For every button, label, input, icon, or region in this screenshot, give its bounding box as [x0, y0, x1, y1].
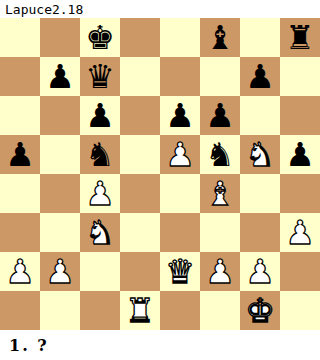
square-a6[interactable]: [0, 96, 40, 135]
white-pawn[interactable]: ♟: [245, 252, 275, 291]
square-d1[interactable]: ♜: [120, 291, 160, 330]
square-e8[interactable]: [160, 18, 200, 57]
square-h4[interactable]: [280, 174, 320, 213]
square-b2[interactable]: ♟: [40, 252, 80, 291]
square-g4[interactable]: [240, 174, 280, 213]
square-h7[interactable]: [280, 57, 320, 96]
black-knight[interactable]: ♞: [205, 135, 235, 174]
square-a1[interactable]: [0, 291, 40, 330]
square-c1[interactable]: [80, 291, 120, 330]
white-rook[interactable]: ♜: [125, 291, 155, 330]
square-h2[interactable]: [280, 252, 320, 291]
white-queen[interactable]: ♛: [165, 252, 195, 291]
square-a7[interactable]: [0, 57, 40, 96]
square-e3[interactable]: [160, 213, 200, 252]
square-c8[interactable]: ♚: [80, 18, 120, 57]
move-prompt: 1. ?: [9, 336, 49, 355]
square-f7[interactable]: [200, 57, 240, 96]
square-b1[interactable]: [40, 291, 80, 330]
chess-board[interactable]: ♚♝♜♟♛♟♟♟♟♟♞♟♞♞♟♟♝♞♟♟♟♛♟♟♜♚: [0, 18, 320, 330]
square-g5[interactable]: ♞: [240, 135, 280, 174]
white-bishop[interactable]: ♝: [205, 174, 235, 213]
square-g2[interactable]: ♟: [240, 252, 280, 291]
square-c5[interactable]: ♞: [80, 135, 120, 174]
white-pawn[interactable]: ♟: [205, 252, 235, 291]
square-e4[interactable]: [160, 174, 200, 213]
square-f5[interactable]: ♞: [200, 135, 240, 174]
square-g1[interactable]: ♚: [240, 291, 280, 330]
square-d8[interactable]: [120, 18, 160, 57]
square-b6[interactable]: [40, 96, 80, 135]
white-pawn[interactable]: ♟: [85, 174, 115, 213]
black-pawn[interactable]: ♟: [285, 135, 315, 174]
square-e6[interactable]: ♟: [160, 96, 200, 135]
white-knight[interactable]: ♞: [85, 213, 115, 252]
black-pawn[interactable]: ♟: [45, 57, 75, 96]
square-f8[interactable]: ♝: [200, 18, 240, 57]
title-bar: Lapuce2.18: [0, 0, 320, 18]
square-e7[interactable]: [160, 57, 200, 96]
square-d3[interactable]: [120, 213, 160, 252]
square-e1[interactable]: [160, 291, 200, 330]
square-h1[interactable]: [280, 291, 320, 330]
square-a8[interactable]: [0, 18, 40, 57]
white-pawn[interactable]: ♟: [285, 213, 315, 252]
white-knight[interactable]: ♞: [245, 135, 275, 174]
square-f3[interactable]: [200, 213, 240, 252]
white-pawn[interactable]: ♟: [45, 252, 75, 291]
square-f4[interactable]: ♝: [200, 174, 240, 213]
black-king[interactable]: ♚: [85, 18, 115, 57]
square-e5[interactable]: ♟: [160, 135, 200, 174]
square-d4[interactable]: [120, 174, 160, 213]
square-a4[interactable]: [0, 174, 40, 213]
black-queen[interactable]: ♛: [85, 57, 115, 96]
square-g8[interactable]: [240, 18, 280, 57]
square-e2[interactable]: ♛: [160, 252, 200, 291]
white-pawn[interactable]: ♟: [5, 252, 35, 291]
square-h6[interactable]: [280, 96, 320, 135]
square-d5[interactable]: [120, 135, 160, 174]
square-a3[interactable]: [0, 213, 40, 252]
black-pawn[interactable]: ♟: [5, 135, 35, 174]
square-h5[interactable]: ♟: [280, 135, 320, 174]
square-h3[interactable]: ♟: [280, 213, 320, 252]
black-knight[interactable]: ♞: [85, 135, 115, 174]
square-b8[interactable]: [40, 18, 80, 57]
square-f2[interactable]: ♟: [200, 252, 240, 291]
square-g3[interactable]: [240, 213, 280, 252]
square-c3[interactable]: ♞: [80, 213, 120, 252]
square-b3[interactable]: [40, 213, 80, 252]
black-pawn[interactable]: ♟: [205, 96, 235, 135]
square-g6[interactable]: [240, 96, 280, 135]
square-b5[interactable]: [40, 135, 80, 174]
square-h8[interactable]: ♜: [280, 18, 320, 57]
square-g7[interactable]: ♟: [240, 57, 280, 96]
window-title: Lapuce2.18: [5, 2, 83, 17]
square-a5[interactable]: ♟: [0, 135, 40, 174]
black-pawn[interactable]: ♟: [245, 57, 275, 96]
square-a2[interactable]: ♟: [0, 252, 40, 291]
black-bishop[interactable]: ♝: [205, 18, 235, 57]
square-c2[interactable]: [80, 252, 120, 291]
square-c4[interactable]: ♟: [80, 174, 120, 213]
square-d2[interactable]: [120, 252, 160, 291]
square-c7[interactable]: ♛: [80, 57, 120, 96]
white-king[interactable]: ♚: [245, 291, 275, 330]
square-d7[interactable]: [120, 57, 160, 96]
black-rook[interactable]: ♜: [285, 18, 315, 57]
chess-app-window: Lapuce2.18 ♚♝♜♟♛♟♟♟♟♟♞♟♞♞♟♟♝♞♟♟♟♛♟♟♜♚ 1.…: [0, 0, 320, 360]
square-c6[interactable]: ♟: [80, 96, 120, 135]
square-f6[interactable]: ♟: [200, 96, 240, 135]
square-b4[interactable]: [40, 174, 80, 213]
black-pawn[interactable]: ♟: [85, 96, 115, 135]
status-bar: 1. ?: [0, 330, 320, 360]
white-pawn[interactable]: ♟: [165, 135, 195, 174]
square-f1[interactable]: [200, 291, 240, 330]
square-d6[interactable]: [120, 96, 160, 135]
black-pawn[interactable]: ♟: [165, 96, 195, 135]
square-b7[interactable]: ♟: [40, 57, 80, 96]
